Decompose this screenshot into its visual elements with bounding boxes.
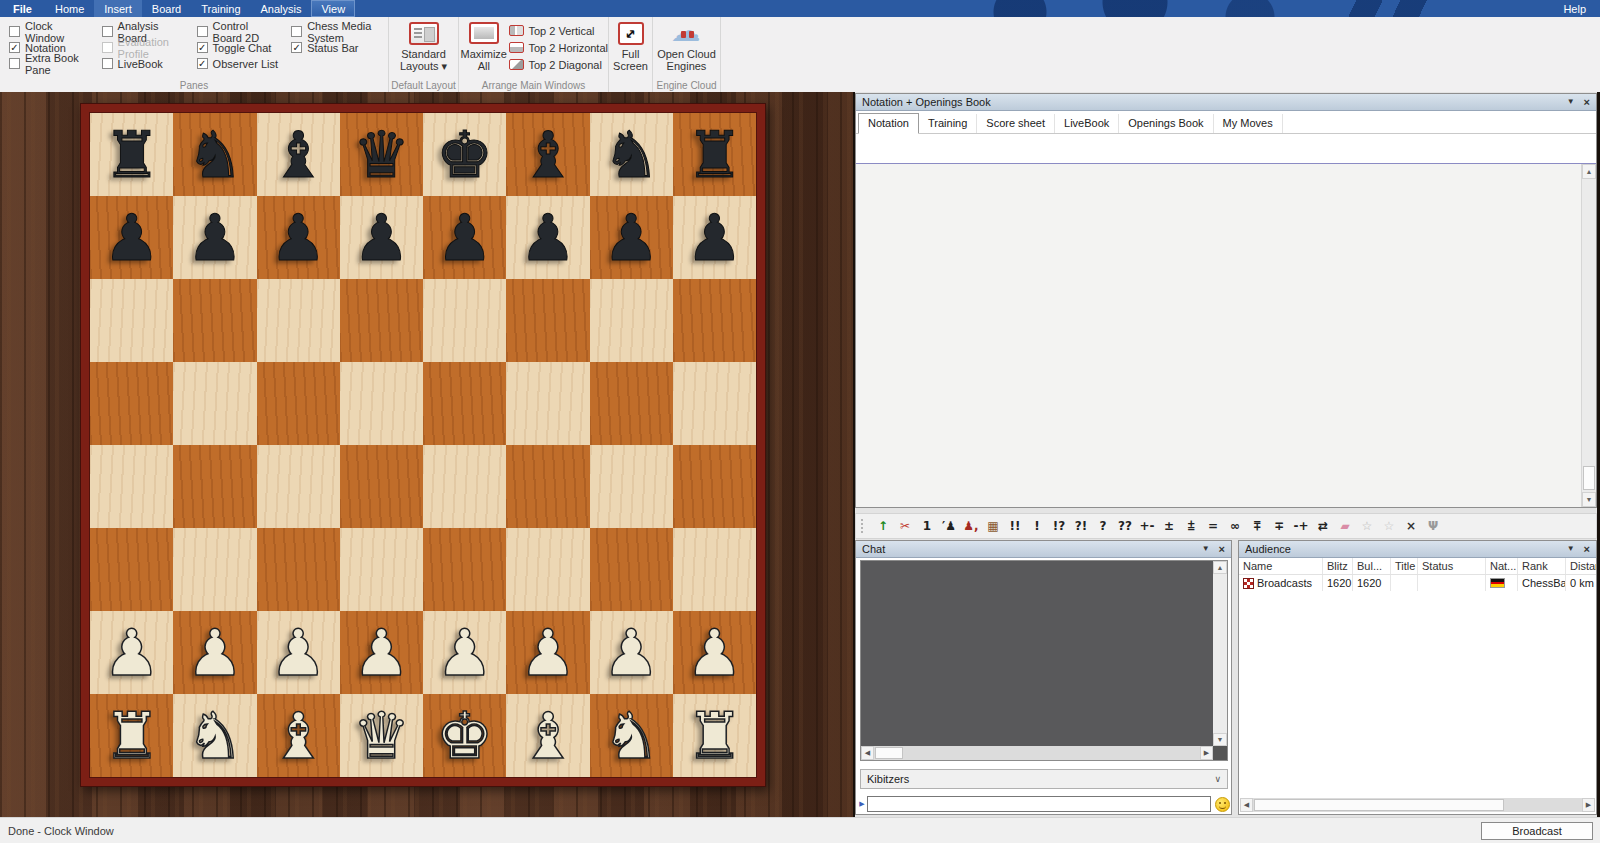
piece-white-bishop[interactable]: ♝ bbox=[506, 694, 589, 777]
group-label-engine-cloud: Engine Cloud bbox=[653, 80, 720, 91]
piece-black-pawn[interactable]: ♟ bbox=[590, 196, 673, 279]
square-e4[interactable] bbox=[423, 445, 506, 528]
square-c2[interactable]: ♟ bbox=[257, 611, 340, 694]
square-d4[interactable] bbox=[340, 445, 423, 528]
square-b6[interactable] bbox=[173, 279, 256, 362]
audience-panel-title: Audience bbox=[1245, 543, 1291, 555]
table-row[interactable]: Broadcasts 1620 1620 ChessBa: 0 km bbox=[1239, 575, 1596, 591]
piece-white-pawn[interactable]: ♟ bbox=[257, 611, 340, 694]
square-g3[interactable] bbox=[590, 528, 673, 611]
square-h4[interactable] bbox=[673, 445, 756, 528]
maximize-all-label-1: Maximize bbox=[461, 48, 507, 60]
cloud-engines-icon bbox=[668, 22, 706, 45]
group-label-arrange: Arrange Main Windows bbox=[459, 80, 608, 91]
square-c6[interactable] bbox=[257, 279, 340, 362]
audience-scroll-left-icon[interactable]: ◀ bbox=[1240, 798, 1253, 812]
chat-body: ▲ ▼ ◀ ▶ bbox=[860, 560, 1228, 761]
square-d5[interactable] bbox=[340, 362, 423, 445]
chat-scroll-up-icon[interactable]: ▲ bbox=[1213, 561, 1227, 574]
square-e5[interactable] bbox=[423, 362, 506, 445]
chat-hscroll-thumb[interactable] bbox=[875, 747, 903, 759]
piece-white-pawn[interactable]: ♟ bbox=[673, 611, 756, 694]
tab-notation[interactable]: Notation bbox=[858, 113, 919, 134]
annotation-question-exclam[interactable]: ?! bbox=[1070, 515, 1092, 537]
full-screen-icon: ↔ bbox=[618, 22, 644, 45]
cut-variation-icon[interactable]: ✂ bbox=[894, 515, 916, 537]
square-a2[interactable]: ♟ bbox=[90, 611, 173, 694]
piece-white-rook[interactable]: ♜ bbox=[673, 694, 756, 777]
square-d1[interactable]: ♛ bbox=[340, 694, 423, 777]
square-f6[interactable] bbox=[506, 279, 589, 362]
square-f8[interactable]: ♝ bbox=[506, 113, 589, 196]
square-e1[interactable]: ♚ bbox=[423, 694, 506, 777]
annotation-exclam[interactable]: ! bbox=[1026, 515, 1048, 537]
notation-panel-menu-icon[interactable]: ▼ bbox=[1567, 98, 1575, 106]
notation-panel: Notation + Openings Book ▼ × Notation Tr… bbox=[855, 93, 1597, 508]
microphone-icon[interactable]: Ψ bbox=[1422, 515, 1444, 537]
right-panel-region: Notation + Openings Book ▼ × Notation Tr… bbox=[855, 92, 1597, 817]
square-f3[interactable] bbox=[506, 528, 589, 611]
piece-black-queen[interactable]: ♛ bbox=[340, 113, 423, 196]
standard-layouts-icon bbox=[409, 22, 439, 45]
checkbox-toggle-chat[interactable]: ✓Toggle Chat bbox=[197, 40, 279, 55]
checkbox-clock-window[interactable]: Clock Window bbox=[9, 24, 89, 39]
col-blitz[interactable]: Blitz bbox=[1323, 558, 1353, 574]
checkbox-control-board-2d[interactable]: Control Board 2D bbox=[197, 24, 279, 39]
notation-tabs: Notation Training Score sheet LiveBook O… bbox=[856, 111, 1596, 134]
chess-board: ♜♞♝♛♚♝♞♜♟♟♟♟♟♟♟♟♟♟♟♟♟♟♟♟♜♞♝♛♚♝♞♜ bbox=[80, 103, 766, 787]
chat-scroll-corner bbox=[1213, 746, 1227, 760]
menu-tab-home[interactable]: Home bbox=[45, 0, 94, 17]
audience-status bbox=[1418, 575, 1486, 591]
board-background: ♜♞♝♛♚♝♞♜♟♟♟♟♟♟♟♟♟♟♟♟♟♟♟♟♜♞♝♛♚♝♞♜ bbox=[0, 92, 853, 817]
standard-layouts-label-1: Standard bbox=[401, 48, 446, 60]
square-g2[interactable]: ♟ bbox=[590, 611, 673, 694]
top-2-vertical-button[interactable]: Top 2 Vertical bbox=[509, 24, 609, 37]
col-nation[interactable]: Nat... bbox=[1486, 558, 1518, 574]
square-h6[interactable] bbox=[673, 279, 756, 362]
annotation-exclam-question[interactable]: !? bbox=[1048, 515, 1070, 537]
tab-my-moves[interactable]: My Moves bbox=[1214, 114, 1283, 133]
piece-black-bishop[interactable]: ♝ bbox=[506, 113, 589, 196]
full-screen-button[interactable]: ↔ Full Screen bbox=[609, 17, 652, 72]
piece-black-pawn[interactable]: ♟ bbox=[173, 196, 256, 279]
square-f2[interactable]: ♟ bbox=[506, 611, 589, 694]
checkbox-extra-book-pane[interactable]: Extra Book Pane bbox=[9, 56, 89, 71]
panes-columns: Clock Window✓NotationExtra Book PaneAnal… bbox=[0, 17, 388, 72]
piece-black-bishop[interactable]: ♝ bbox=[257, 113, 340, 196]
audience-panel: Audience ▼ × Name Blitz Bul... Title Sta… bbox=[1238, 540, 1597, 815]
chat-scroll-down-icon[interactable]: ▼ bbox=[1213, 733, 1227, 746]
square-c4[interactable] bbox=[257, 445, 340, 528]
board-position-icon[interactable]: ▦ bbox=[982, 515, 1004, 537]
chat-scroll-left-icon[interactable]: ◀ bbox=[861, 746, 874, 760]
ribbon-group-default-layout: Standard Layouts ▾ Default Layout bbox=[389, 17, 459, 92]
square-d3[interactable] bbox=[340, 528, 423, 611]
col-bullet[interactable]: Bul... bbox=[1353, 558, 1391, 574]
promote-variation-icon[interactable]: ↑ bbox=[872, 515, 894, 537]
delete-icon[interactable]: × bbox=[1400, 515, 1422, 537]
square-g1[interactable]: ♞ bbox=[590, 694, 673, 777]
piece-black-pawn[interactable]: ♟ bbox=[340, 196, 423, 279]
menu-tab-analysis[interactable]: Analysis bbox=[251, 0, 312, 17]
menu-tab-insert[interactable]: Insert bbox=[94, 0, 142, 17]
square-h5[interactable] bbox=[673, 362, 756, 445]
square-a4[interactable] bbox=[90, 445, 173, 528]
checkbox-observer-list[interactable]: ✓Observer List bbox=[197, 56, 279, 71]
standard-layouts-label-2: Layouts ▾ bbox=[400, 60, 447, 72]
maximize-all-label-2: All bbox=[478, 60, 490, 72]
kibitzers-label: Kibitzers bbox=[867, 773, 909, 785]
col-status[interactable]: Status bbox=[1418, 558, 1486, 574]
tab-training[interactable]: Training bbox=[919, 114, 977, 133]
square-h1[interactable]: ♜ bbox=[673, 694, 756, 777]
top-2-horizontal-button[interactable]: Top 2 Horizontal bbox=[509, 41, 609, 54]
eval-white-winning[interactable]: +- bbox=[1136, 515, 1158, 537]
eval-white-better[interactable]: ± bbox=[1158, 515, 1180, 537]
maximize-all-icon bbox=[469, 22, 499, 44]
eraser-icon[interactable]: ▰ bbox=[1334, 515, 1356, 537]
piece-black-pawn[interactable]: ♟ bbox=[673, 196, 756, 279]
col-title[interactable]: Title bbox=[1391, 558, 1418, 574]
square-b7[interactable]: ♟ bbox=[173, 196, 256, 279]
audience-blitz: 1620 bbox=[1323, 575, 1353, 591]
audience-horizontal-scrollbar[interactable]: ◀ ▶ bbox=[1240, 798, 1595, 812]
piece-white-knight[interactable]: ♞ bbox=[173, 694, 256, 777]
ribbon: Clock Window✓NotationExtra Book PaneAnal… bbox=[0, 17, 1600, 92]
square-a8[interactable]: ♜ bbox=[90, 113, 173, 196]
square-e8[interactable]: ♚ bbox=[423, 113, 506, 196]
audience-scroll-right-icon[interactable]: ▶ bbox=[1582, 798, 1595, 812]
piece-white-pawn[interactable]: ♟ bbox=[423, 611, 506, 694]
audience-hscroll-thumb[interactable] bbox=[1254, 799, 1504, 811]
menu-tab-board[interactable]: Board bbox=[142, 0, 191, 17]
square-g4[interactable] bbox=[590, 445, 673, 528]
square-h2[interactable]: ♟ bbox=[673, 611, 756, 694]
chat-input-row: ▶ bbox=[857, 795, 1230, 813]
menu-tab-view[interactable]: View bbox=[311, 0, 355, 17]
square-a3[interactable] bbox=[90, 528, 173, 611]
status-bar: Done - Clock Window Broadcast bbox=[0, 817, 1600, 843]
piece-black-pawn[interactable]: ♟ bbox=[506, 196, 589, 279]
eval-unclear[interactable]: ∞ bbox=[1224, 515, 1246, 537]
chat-panel-close-icon[interactable]: × bbox=[1219, 544, 1225, 554]
piece-black-rook[interactable]: ♜ bbox=[673, 113, 756, 196]
menu-bar: File Home Insert Board Training Analysis… bbox=[0, 0, 1600, 17]
ribbon-group-arrange: Maximize All Top 2 Vertical Top 2 Horizo… bbox=[459, 17, 609, 92]
top-2-diagonal-icon bbox=[509, 59, 524, 70]
star-icon[interactable]: ☆ bbox=[1356, 515, 1378, 537]
menu-tab-file[interactable]: File bbox=[0, 0, 45, 17]
eval-equal[interactable]: = bbox=[1202, 515, 1224, 537]
square-b5[interactable] bbox=[173, 362, 256, 445]
germany-flag-icon bbox=[1490, 578, 1505, 588]
notation-content[interactable]: ▲ ▼ bbox=[856, 163, 1596, 507]
square-c7[interactable]: ♟ bbox=[257, 196, 340, 279]
square-d7[interactable]: ♟ bbox=[340, 196, 423, 279]
piece-black-knight[interactable]: ♞ bbox=[173, 113, 256, 196]
chat-input[interactable] bbox=[867, 796, 1211, 812]
square-g7[interactable]: ♟ bbox=[590, 196, 673, 279]
kibitzers-dropdown[interactable]: Kibitzers ∨ bbox=[860, 769, 1228, 789]
eval-counterplay[interactable]: ⇄ bbox=[1312, 515, 1334, 537]
piece-white-pawn[interactable]: ♟ bbox=[90, 611, 173, 694]
red-variation-icon[interactable]: ♟, bbox=[960, 515, 982, 537]
square-a1[interactable]: ♜ bbox=[90, 694, 173, 777]
chat-panel: Chat ▼ × ▲ ▼ ◀ ▶ Kibitzers ∨ ▶ bbox=[855, 540, 1232, 815]
ribbon-group-panes: Clock Window✓NotationExtra Book PaneAnal… bbox=[0, 17, 389, 92]
top-2-vertical-icon bbox=[509, 25, 524, 36]
menubar-logo-decoration bbox=[950, 0, 1510, 17]
piece-white-pawn[interactable]: ♟ bbox=[590, 611, 673, 694]
col-distance[interactable]: Distance bbox=[1566, 558, 1596, 574]
tab-openings-book[interactable]: Openings Book bbox=[1119, 114, 1213, 133]
emoji-icon[interactable] bbox=[1215, 797, 1230, 812]
chat-panel-menu-icon[interactable]: ▼ bbox=[1202, 545, 1210, 553]
open-cloud-engines-button[interactable]: Open Cloud Engines bbox=[653, 17, 720, 72]
broadcast-board-icon bbox=[1243, 578, 1254, 589]
eval-black-slightly-better[interactable]: ⩱ bbox=[1246, 515, 1268, 537]
square-b2[interactable]: ♟ bbox=[173, 611, 256, 694]
chat-horizontal-scrollbar[interactable]: ◀ ▶ bbox=[861, 746, 1213, 760]
square-f5[interactable] bbox=[506, 362, 589, 445]
piece-white-pawn[interactable]: ♟ bbox=[506, 611, 589, 694]
piece-white-bishop[interactable]: ♝ bbox=[257, 694, 340, 777]
checkbox-chess-media-system[interactable]: Chess Media System bbox=[291, 24, 388, 39]
audience-distance: 0 km bbox=[1566, 575, 1596, 591]
audience-panel-close-icon[interactable]: × bbox=[1584, 544, 1590, 554]
audience-panel-menu-icon[interactable]: ▼ bbox=[1567, 545, 1575, 553]
audience-bullet: 1620 bbox=[1353, 575, 1391, 591]
annotation-question[interactable]: ? bbox=[1092, 515, 1114, 537]
square-e7[interactable]: ♟ bbox=[423, 196, 506, 279]
scroll-up-icon[interactable]: ▲ bbox=[1582, 164, 1596, 179]
piece-white-pawn[interactable]: ♟ bbox=[340, 611, 423, 694]
square-b4[interactable] bbox=[173, 445, 256, 528]
tab-score-sheet[interactable]: Score sheet bbox=[977, 114, 1055, 133]
square-g6[interactable] bbox=[590, 279, 673, 362]
piece-black-king[interactable]: ♚ bbox=[423, 113, 506, 196]
square-g8[interactable]: ♞ bbox=[590, 113, 673, 196]
square-e6[interactable] bbox=[423, 279, 506, 362]
notation-scrollbar[interactable]: ▲ ▼ bbox=[1581, 164, 1596, 507]
piece-white-king[interactable]: ♚ bbox=[423, 694, 506, 777]
col-rank[interactable]: Rank bbox=[1518, 558, 1566, 574]
star-plus-icon[interactable]: ☆ bbox=[1378, 515, 1400, 537]
piece-black-pawn[interactable]: ♟ bbox=[90, 196, 173, 279]
audience-title bbox=[1391, 575, 1418, 591]
notation-panel-title: Notation + Openings Book bbox=[862, 96, 991, 108]
notation-panel-close-icon[interactable]: × bbox=[1584, 97, 1590, 107]
ribbon-group-engine-cloud: Open Cloud Engines Engine Cloud bbox=[653, 17, 721, 92]
mainline-icon[interactable]: 1 bbox=[916, 515, 938, 537]
square-c8[interactable]: ♝ bbox=[257, 113, 340, 196]
chat-panel-header: Chat ▼ × bbox=[856, 541, 1231, 558]
chevron-down-icon: ∨ bbox=[1214, 774, 1221, 784]
board-squares: ♜♞♝♛♚♝♞♜♟♟♟♟♟♟♟♟♟♟♟♟♟♟♟♟♜♞♝♛♚♝♞♜ bbox=[89, 112, 757, 778]
notation-header-strip bbox=[856, 134, 1596, 163]
square-f1[interactable]: ♝ bbox=[506, 694, 589, 777]
chat-panel-title: Chat bbox=[862, 543, 885, 555]
square-c5[interactable] bbox=[257, 362, 340, 445]
square-b1[interactable]: ♞ bbox=[173, 694, 256, 777]
square-d8[interactable]: ♛ bbox=[340, 113, 423, 196]
eval-white-slightly-better[interactable]: ⩲ bbox=[1180, 515, 1202, 537]
checkbox-evaluation-profile[interactable]: Evaluation Profile bbox=[102, 40, 184, 55]
square-d2[interactable]: ♟ bbox=[340, 611, 423, 694]
top-2-diagonal-button[interactable]: Top 2 Diagonal bbox=[509, 58, 609, 71]
menu-tab-training[interactable]: Training bbox=[191, 0, 250, 17]
send-arrow-icon[interactable]: ▶ bbox=[857, 800, 867, 808]
square-b3[interactable] bbox=[173, 528, 256, 611]
chat-scroll-right-icon[interactable]: ▶ bbox=[1200, 746, 1213, 760]
ribbon-group-fullscreen: ↔ Full Screen bbox=[609, 17, 653, 92]
scroll-down-icon[interactable]: ▼ bbox=[1582, 492, 1596, 507]
scroll-thumb[interactable] bbox=[1583, 466, 1595, 490]
square-c3[interactable] bbox=[257, 528, 340, 611]
square-f7[interactable]: ♟ bbox=[506, 196, 589, 279]
eval-black-winning[interactable]: -+ bbox=[1290, 515, 1312, 537]
square-h8[interactable]: ♜ bbox=[673, 113, 756, 196]
audience-name: Broadcasts bbox=[1257, 576, 1312, 591]
square-h7[interactable]: ♟ bbox=[673, 196, 756, 279]
square-a5[interactable] bbox=[90, 362, 173, 445]
audience-column-headers: Name Blitz Bul... Title Status Nat... Ra… bbox=[1239, 558, 1596, 575]
piece-black-pawn[interactable]: ♟ bbox=[423, 196, 506, 279]
annotation-double-exclam[interactable]: !! bbox=[1004, 515, 1026, 537]
audience-panel-header: Audience ▼ × bbox=[1239, 541, 1596, 558]
status-text: Done - Clock Window bbox=[8, 825, 114, 837]
piece-white-knight[interactable]: ♞ bbox=[590, 694, 673, 777]
square-c1[interactable]: ♝ bbox=[257, 694, 340, 777]
annotation-toolbar: ↑✂1′♟♟,▦!!!!??!???+-±⩲=∞⩱∓-+⇄▰☆☆×Ψ bbox=[855, 513, 1597, 539]
square-e3[interactable] bbox=[423, 528, 506, 611]
eval-black-better[interactable]: ∓ bbox=[1268, 515, 1290, 537]
square-a6[interactable] bbox=[90, 279, 173, 362]
piece-white-rook[interactable]: ♜ bbox=[90, 694, 173, 777]
notation-panel-header: Notation + Openings Book ▼ × bbox=[856, 94, 1596, 111]
group-label-panes: Panes bbox=[0, 80, 388, 91]
annotation-toolbar-icons: ↑✂1′♟♟,▦!!!!??!???+-±⩲=∞⩱∓-+⇄▰☆☆×Ψ bbox=[872, 515, 1444, 537]
annotation-double-question[interactable]: ?? bbox=[1114, 515, 1136, 537]
standard-layouts-button[interactable]: Standard Layouts ▾ bbox=[389, 17, 458, 72]
piece-black-rook[interactable]: ♜ bbox=[90, 113, 173, 196]
broadcast-button[interactable]: Broadcast bbox=[1481, 822, 1593, 840]
square-g5[interactable] bbox=[590, 362, 673, 445]
piece-black-pawn[interactable]: ♟ bbox=[257, 196, 340, 279]
menu-help[interactable]: Help bbox=[1563, 0, 1586, 17]
piece-black-knight[interactable]: ♞ bbox=[590, 113, 673, 196]
piece-white-pawn[interactable]: ♟ bbox=[173, 611, 256, 694]
chat-messages-area[interactable] bbox=[861, 561, 1213, 746]
audience-rank: ChessBa: bbox=[1518, 575, 1566, 591]
toolbar-grip[interactable] bbox=[861, 519, 865, 533]
group-label-default-layout: Default Layout bbox=[389, 80, 458, 91]
chat-vertical-scrollbar[interactable]: ▲ ▼ bbox=[1213, 561, 1227, 746]
piece-white-queen[interactable]: ♛ bbox=[340, 694, 423, 777]
tab-livebook[interactable]: LiveBook bbox=[1055, 114, 1119, 133]
square-e2[interactable]: ♟ bbox=[423, 611, 506, 694]
square-a7[interactable]: ♟ bbox=[90, 196, 173, 279]
square-f4[interactable] bbox=[506, 445, 589, 528]
square-b8[interactable]: ♞ bbox=[173, 113, 256, 196]
square-d6[interactable] bbox=[340, 279, 423, 362]
col-name[interactable]: Name bbox=[1239, 558, 1323, 574]
variation-icon[interactable]: ′♟ bbox=[938, 515, 960, 537]
top-2-horizontal-icon bbox=[509, 42, 524, 53]
square-h3[interactable] bbox=[673, 528, 756, 611]
